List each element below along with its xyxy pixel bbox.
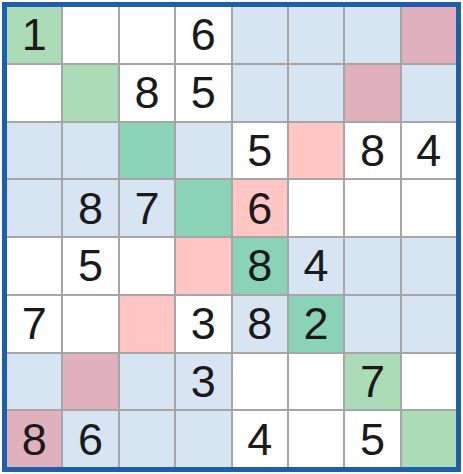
cell-r2c1[interactable] [7,65,61,121]
cell-r8c7[interactable]: 5 [345,411,399,467]
cell-r2c7[interactable] [345,65,399,121]
cell-r8c1[interactable]: 8 [7,411,61,467]
cell-r1c3[interactable] [120,7,174,63]
cell-r2c4[interactable]: 5 [176,65,230,121]
cell-r8c3[interactable] [120,411,174,467]
cell-r8c6[interactable] [289,411,343,467]
cell-r6c8[interactable] [402,296,456,352]
cell-r1c5[interactable] [233,7,287,63]
cell-r7c8[interactable] [402,354,456,410]
cell-r3c7[interactable]: 8 [345,123,399,179]
cell-r1c4[interactable]: 6 [176,7,230,63]
cell-r7c6[interactable] [289,354,343,410]
cell-r7c3[interactable] [120,354,174,410]
cell-r4c3[interactable]: 7 [120,180,174,236]
cell-r1c7[interactable] [345,7,399,63]
cell-r4c6[interactable] [289,180,343,236]
cell-r5c7[interactable] [345,238,399,294]
cell-r6c2[interactable] [63,296,117,352]
cell-r8c8[interactable] [402,411,456,467]
cell-r8c2[interactable]: 6 [63,411,117,467]
cell-r3c1[interactable] [7,123,61,179]
cell-r3c8[interactable]: 4 [402,123,456,179]
cell-r6c7[interactable] [345,296,399,352]
sudoku-page: 16855848765847382378645 [0,0,463,474]
cell-r7c7[interactable]: 7 [345,354,399,410]
cell-r4c1[interactable] [7,180,61,236]
cell-r1c6[interactable] [289,7,343,63]
cell-r1c8[interactable] [402,7,456,63]
cell-r7c5[interactable] [233,354,287,410]
cell-r6c3[interactable] [120,296,174,352]
cell-r7c2[interactable] [63,354,117,410]
cell-r3c4[interactable] [176,123,230,179]
cell-r5c6[interactable]: 4 [289,238,343,294]
cell-r5c3[interactable] [120,238,174,294]
cell-r3c5[interactable]: 5 [233,123,287,179]
cell-r2c2[interactable] [63,65,117,121]
cell-r4c7[interactable] [345,180,399,236]
cell-r4c8[interactable] [402,180,456,236]
cell-r4c2[interactable]: 8 [63,180,117,236]
cell-r4c4[interactable] [176,180,230,236]
cell-r7c4[interactable]: 3 [176,354,230,410]
cell-r5c8[interactable] [402,238,456,294]
cell-r6c4[interactable]: 3 [176,296,230,352]
cell-r3c6[interactable] [289,123,343,179]
cell-r8c4[interactable] [176,411,230,467]
sudoku-board: 16855848765847382378645 [2,2,461,472]
cell-r3c2[interactable] [63,123,117,179]
cell-r6c6[interactable]: 2 [289,296,343,352]
cell-r1c2[interactable] [63,7,117,63]
cell-r5c5[interactable]: 8 [233,238,287,294]
cell-r5c4[interactable] [176,238,230,294]
cell-r2c3[interactable]: 8 [120,65,174,121]
cell-r4c5[interactable]: 6 [233,180,287,236]
cell-r3c3[interactable] [120,123,174,179]
cell-r5c2[interactable]: 5 [63,238,117,294]
cell-r8c5[interactable]: 4 [233,411,287,467]
cell-r6c5[interactable]: 8 [233,296,287,352]
cell-r1c1[interactable]: 1 [7,7,61,63]
cell-r5c1[interactable] [7,238,61,294]
cell-r2c8[interactable] [402,65,456,121]
cell-r7c1[interactable] [7,354,61,410]
cell-r2c5[interactable] [233,65,287,121]
cell-r2c6[interactable] [289,65,343,121]
cell-r6c1[interactable]: 7 [7,296,61,352]
